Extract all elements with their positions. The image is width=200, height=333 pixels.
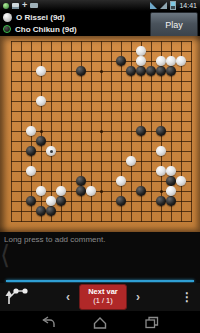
comment-placeholder: Long press to add comment.: [0, 232, 200, 247]
black-stone[interactable]: [26, 146, 36, 156]
black-stone[interactable]: [76, 66, 86, 76]
white-stone[interactable]: [26, 166, 36, 176]
last-move-marker: [50, 150, 53, 153]
white-stone[interactable]: [116, 176, 126, 186]
star-point: [100, 130, 103, 133]
notification-app-icon: [3, 3, 9, 9]
white-stone[interactable]: [36, 66, 46, 76]
signal-icon: [160, 2, 167, 9]
white-player-name: O Rissei (9d): [16, 13, 65, 22]
white-stone[interactable]: [176, 176, 186, 186]
camera-notification-icon: [30, 3, 38, 8]
black-stone[interactable]: [146, 66, 156, 76]
black-stone[interactable]: [156, 196, 166, 206]
plus-notification-icon: +: [22, 2, 27, 9]
black-player-name: Cho Chikun (9d): [15, 25, 77, 34]
black-stone[interactable]: [136, 66, 146, 76]
swipe-left-chevron-icon: ⟨: [0, 242, 10, 268]
accent-separator: [6, 280, 194, 282]
white-stone[interactable]: [166, 166, 176, 176]
black-stone[interactable]: [126, 66, 136, 76]
white-stone[interactable]: [156, 56, 166, 66]
black-stone[interactable]: [36, 136, 46, 146]
control-bar: ‹ Next var (1 / 1) › ⋮: [0, 283, 200, 311]
variation-tree-icon[interactable]: [0, 284, 32, 310]
white-stone[interactable]: [136, 56, 146, 66]
recents-icon[interactable]: [144, 316, 160, 329]
white-stone[interactable]: [156, 146, 166, 156]
home-icon[interactable]: [92, 316, 108, 329]
prev-move-button[interactable]: ‹: [57, 285, 79, 309]
black-stone[interactable]: [56, 196, 66, 206]
black-stone[interactable]: [136, 126, 146, 136]
black-stone[interactable]: [76, 186, 86, 196]
white-stone-icon: [3, 13, 12, 22]
player-panel: O Rissei (9d) Cho Chikun (9d) Play: [0, 11, 200, 36]
white-stone[interactable]: [166, 56, 176, 66]
black-stone[interactable]: [166, 66, 176, 76]
white-stone[interactable]: [26, 126, 36, 136]
star-point: [100, 70, 103, 73]
star-point: [40, 130, 43, 133]
white-stone[interactable]: [46, 146, 56, 156]
star-point: [160, 190, 163, 193]
white-stone[interactable]: [136, 46, 146, 56]
app-screen: + 14:41 O Rissei (9d) Cho Chikun (9d) Pl…: [0, 0, 200, 333]
clock: 14:41: [179, 2, 197, 9]
white-stone[interactable]: [176, 56, 186, 66]
white-stone[interactable]: [36, 96, 46, 106]
black-stone[interactable]: [26, 196, 36, 206]
next-variation-button[interactable]: Next var (1 / 1): [79, 284, 127, 310]
black-stone[interactable]: [36, 206, 46, 216]
star-point: [100, 190, 103, 193]
black-stone[interactable]: [46, 206, 56, 216]
white-stone[interactable]: [86, 186, 96, 196]
black-stone[interactable]: [156, 126, 166, 136]
back-icon[interactable]: [40, 316, 56, 329]
android-nav-bar: [0, 311, 200, 333]
comment-bar[interactable]: Long press to add comment. ⟨: [0, 232, 200, 283]
black-stone[interactable]: [116, 56, 126, 66]
next-move-button[interactable]: ›: [127, 285, 149, 309]
black-stone[interactable]: [76, 176, 86, 186]
black-stone-to-move-icon: [3, 25, 11, 33]
go-board[interactable]: [0, 36, 200, 232]
overflow-menu-icon[interactable]: ⋮: [174, 290, 200, 304]
black-stone[interactable]: [166, 176, 176, 186]
white-stone[interactable]: [156, 166, 166, 176]
white-stone[interactable]: [46, 196, 56, 206]
play-button[interactable]: Play: [150, 12, 198, 38]
variation-counter: (1 / 1): [93, 297, 113, 306]
black-stone[interactable]: [136, 186, 146, 196]
black-stone[interactable]: [156, 66, 166, 76]
white-stone[interactable]: [126, 156, 136, 166]
board-grid: [6, 36, 196, 226]
gallery-notification-icon: [12, 3, 19, 9]
black-stone[interactable]: [166, 196, 176, 206]
wifi-icon: [150, 2, 157, 9]
white-stone[interactable]: [36, 186, 46, 196]
white-stone[interactable]: [166, 186, 176, 196]
battery-icon: [170, 1, 176, 10]
black-stone[interactable]: [116, 196, 126, 206]
status-bar: + 14:41: [0, 0, 200, 11]
white-stone[interactable]: [56, 186, 66, 196]
